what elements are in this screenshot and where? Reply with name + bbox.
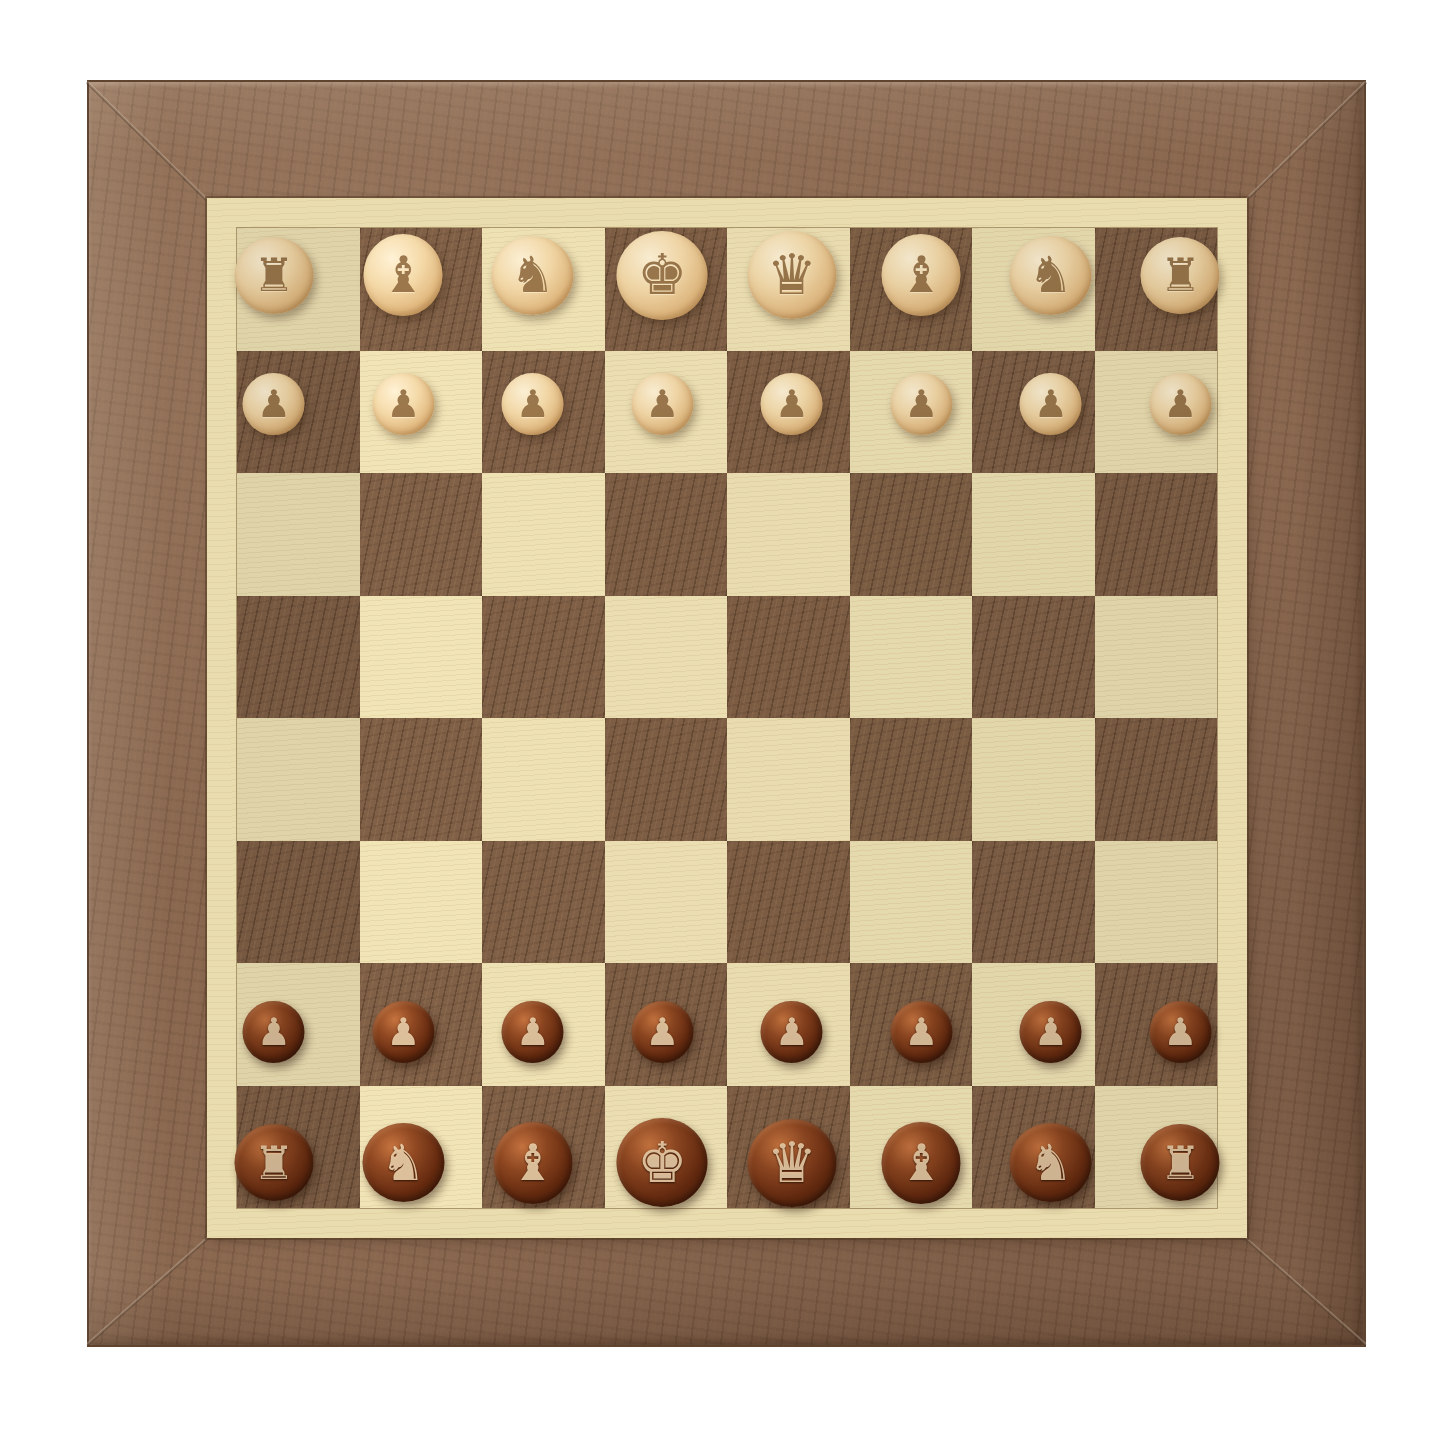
piece-white-pawn-e2[interactable]: ♟ [601,343,724,466]
square-a8[interactable]: ♜ [1095,1086,1218,1209]
square-e3[interactable] [605,473,728,596]
pawn-glyph: ♟ [1034,1013,1068,1051]
piece-white-pawn-h2[interactable]: ♟ [213,343,336,466]
square-d3[interactable] [727,473,850,596]
square-d8[interactable]: ♛ [727,1086,850,1209]
board-frame: ♜♝♞♚♛♝♞♜♟♟♟♟♟♟♟♟♟♟♟♟♟♟♟♟♜♞♝♚♛♝♞♜ [87,80,1366,1347]
square-d6[interactable] [727,841,850,964]
square-h6[interactable] [237,841,360,964]
square-b2[interactable]: ♟ [972,351,1095,474]
piece-black-king-e8[interactable]: ♚ [601,1102,724,1225]
frame-miter-top-left [86,81,208,201]
frame-miter-top-right [1245,81,1367,201]
piece-black-pawn-e7[interactable]: ♟ [601,971,724,1094]
pawn-glyph: ♟ [775,1013,809,1051]
scene: ♜♝♞♚♛♝♞♜♟♟♟♟♟♟♟♟♟♟♟♟♟♟♟♟♜♞♝♚♛♝♞♜ [0,0,1445,1445]
square-a1[interactable]: ♜ [1095,228,1218,351]
square-b6[interactable] [972,841,1095,964]
square-d5[interactable] [727,718,850,841]
pawn-glyph: ♟ [904,385,938,423]
square-b3[interactable] [972,473,1095,596]
pawn-glyph: ♟ [1034,385,1068,423]
rook-glyph: ♜ [253,1140,294,1186]
square-a3[interactable] [1095,473,1218,596]
piece-black-pawn-f7[interactable]: ♟ [472,971,595,1094]
square-f5[interactable] [482,718,605,841]
square-f2[interactable]: ♟ [482,351,605,474]
square-e7[interactable]: ♟ [605,963,728,1086]
knight-glyph: ♞ [510,250,555,300]
piece-black-queen-d8[interactable]: ♛ [731,1102,854,1225]
piece-black-pawn-d7[interactable]: ♟ [731,971,854,1094]
square-h4[interactable] [237,596,360,719]
piece-white-pawn-f2[interactable]: ♟ [472,343,595,466]
square-f4[interactable] [482,596,605,719]
pawn-glyph: ♟ [516,385,550,423]
pawn-glyph: ♟ [1163,385,1197,423]
piece-white-rook-a1[interactable]: ♜ [1119,214,1242,337]
square-f6[interactable] [482,841,605,964]
square-g6[interactable] [360,841,483,964]
square-f1[interactable]: ♞ [482,228,605,351]
piece-black-pawn-h7[interactable]: ♟ [213,971,336,1094]
square-g1[interactable]: ♝ [360,228,483,351]
queen-glyph: ♛ [767,1135,817,1191]
piece-black-rook-h8[interactable]: ♜ [213,1102,336,1225]
square-a4[interactable] [1095,596,1218,719]
square-a7[interactable]: ♟ [1095,963,1218,1086]
square-b1[interactable]: ♞ [972,228,1095,351]
frame-miter-bottom-right [1239,1232,1367,1346]
square-f8[interactable]: ♝ [482,1086,605,1209]
piece-white-rook-h1[interactable]: ♜ [213,214,336,337]
piece-black-rook-a8[interactable]: ♜ [1119,1102,1242,1225]
piece-white-knight-f1[interactable]: ♞ [472,214,595,337]
square-h5[interactable] [237,718,360,841]
square-d7[interactable]: ♟ [727,963,850,1086]
square-c5[interactable] [850,718,973,841]
bishop-glyph: ♝ [510,1138,555,1188]
pawn-glyph: ♟ [257,385,291,423]
square-g5[interactable] [360,718,483,841]
square-d1[interactable]: ♛ [727,228,850,351]
square-c2[interactable]: ♟ [850,351,973,474]
square-a6[interactable] [1095,841,1218,964]
pawn-glyph: ♟ [645,1013,679,1051]
queen-glyph: ♛ [767,247,817,303]
square-g3[interactable] [360,473,483,596]
square-e2[interactable]: ♟ [605,351,728,474]
piece-white-king-e1[interactable]: ♚ [601,214,724,337]
knight-glyph: ♞ [381,1138,426,1188]
square-f7[interactable]: ♟ [482,963,605,1086]
square-a5[interactable] [1095,718,1218,841]
pawn-glyph: ♟ [775,385,809,423]
square-a2[interactable]: ♟ [1095,351,1218,474]
square-h3[interactable] [237,473,360,596]
square-c1[interactable]: ♝ [850,228,973,351]
pawn-glyph: ♟ [904,1013,938,1051]
square-e8[interactable]: ♚ [605,1086,728,1209]
square-g2[interactable]: ♟ [360,351,483,474]
piece-white-pawn-g2[interactable]: ♟ [342,343,465,466]
square-b5[interactable] [972,718,1095,841]
board-grid: ♜♝♞♚♛♝♞♜♟♟♟♟♟♟♟♟♟♟♟♟♟♟♟♟♜♞♝♚♛♝♞♜ [237,228,1217,1208]
piece-black-pawn-g7[interactable]: ♟ [342,971,465,1094]
pawn-glyph: ♟ [1163,1013,1197,1051]
square-d2[interactable]: ♟ [727,351,850,474]
knight-glyph: ♞ [1028,1138,1073,1188]
piece-black-pawn-c7[interactable]: ♟ [860,971,983,1094]
piece-black-pawn-a7[interactable]: ♟ [1119,971,1242,1094]
piece-black-bishop-c8[interactable]: ♝ [860,1102,983,1225]
square-g7[interactable]: ♟ [360,963,483,1086]
piece-white-pawn-c2[interactable]: ♟ [860,343,983,466]
pawn-glyph: ♟ [386,385,420,423]
piece-white-bishop-g1[interactable]: ♝ [342,214,465,337]
square-c3[interactable] [850,473,973,596]
pawn-glyph: ♟ [645,385,679,423]
square-f3[interactable] [482,473,605,596]
rook-glyph: ♜ [253,252,294,298]
square-e6[interactable] [605,841,728,964]
king-glyph: ♚ [637,247,687,303]
rook-glyph: ♜ [1160,252,1201,298]
piece-white-queen-d1[interactable]: ♛ [731,214,854,337]
square-c8[interactable]: ♝ [850,1086,973,1209]
piece-white-bishop-c1[interactable]: ♝ [860,214,983,337]
piece-white-pawn-d2[interactable]: ♟ [731,343,854,466]
square-g4[interactable] [360,596,483,719]
pawn-glyph: ♟ [516,1013,550,1051]
piece-black-knight-g8[interactable]: ♞ [342,1102,465,1225]
piece-white-pawn-a2[interactable]: ♟ [1119,343,1242,466]
square-c7[interactable]: ♟ [850,963,973,1086]
pawn-glyph: ♟ [257,1013,291,1051]
rook-glyph: ♜ [1160,1140,1201,1186]
king-glyph: ♚ [637,1135,687,1191]
board-surface: ♜♝♞♚♛♝♞♜♟♟♟♟♟♟♟♟♟♟♟♟♟♟♟♟♜♞♝♚♛♝♞♜ [207,198,1247,1238]
square-e1[interactable]: ♚ [605,228,728,351]
pawn-glyph: ♟ [386,1013,420,1051]
knight-glyph: ♞ [1028,250,1073,300]
square-c6[interactable] [850,841,973,964]
frame-miter-bottom-left [86,1232,214,1346]
square-d4[interactable] [727,596,850,719]
square-e5[interactable] [605,718,728,841]
piece-black-bishop-f8[interactable]: ♝ [472,1102,595,1225]
square-b4[interactable] [972,596,1095,719]
bishop-glyph: ♝ [899,250,944,300]
square-g8[interactable]: ♞ [360,1086,483,1209]
square-b8[interactable]: ♞ [972,1086,1095,1209]
square-c4[interactable] [850,596,973,719]
bishop-glyph: ♝ [381,250,426,300]
bishop-glyph: ♝ [899,1138,944,1188]
square-e4[interactable] [605,596,728,719]
square-b7[interactable]: ♟ [972,963,1095,1086]
